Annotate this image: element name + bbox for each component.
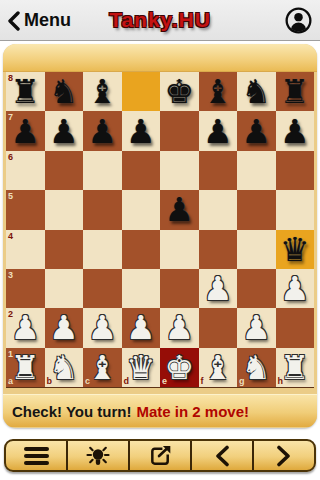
square-h7[interactable]: ♟ <box>276 111 315 150</box>
square-e6[interactable] <box>160 151 199 190</box>
square-c4[interactable] <box>83 230 122 269</box>
square-g3[interactable] <box>237 269 276 308</box>
rank-label-3: 3 <box>8 270 13 280</box>
board-frame: 8♜♞♝♚♝♞♜7♟♟♟♟♟♟♟65♟4♛3♟♟2♟♟♟♟♟♟1a♜b♞c♝d♛… <box>3 72 317 388</box>
prev-move-button[interactable] <box>192 441 254 470</box>
square-f3[interactable]: ♟ <box>199 269 238 308</box>
square-h8[interactable]: ♜ <box>276 72 315 111</box>
file-label-g: g <box>239 376 245 386</box>
black-R-piece-h8: ♜ <box>276 72 315 111</box>
black-B-piece-c8: ♝ <box>83 72 122 111</box>
square-e4[interactable] <box>160 230 199 269</box>
square-d3[interactable] <box>122 269 161 308</box>
rank-label-2: 2 <box>8 309 13 319</box>
square-d8[interactable] <box>122 72 161 111</box>
square-b6[interactable] <box>45 151 84 190</box>
black-P-piece-b7: ♟ <box>45 111 84 150</box>
chevron-right-icon <box>276 445 292 467</box>
file-label-b: b <box>47 376 53 386</box>
square-d2[interactable]: ♟ <box>122 308 161 347</box>
game-panel: 8♜♞♝♚♝♞♜7♟♟♟♟♟♟♟65♟4♛3♟♟2♟♟♟♟♟♟1a♜b♞c♝d♛… <box>3 44 317 428</box>
rank-label-4: 4 <box>8 231 13 241</box>
black-P-piece-d7: ♟ <box>122 111 161 150</box>
bottom-toolbar <box>4 439 316 472</box>
black-P-piece-g7: ♟ <box>237 111 276 150</box>
square-g4[interactable] <box>237 230 276 269</box>
white-R-piece-a1: ♜ <box>6 348 45 387</box>
white-P-piece-h3: ♟ <box>276 269 315 308</box>
black-K-piece-e8: ♚ <box>160 72 199 111</box>
square-d1[interactable]: d♛ <box>122 348 161 387</box>
square-d7[interactable]: ♟ <box>122 111 161 150</box>
square-g7[interactable]: ♟ <box>237 111 276 150</box>
square-e5[interactable]: ♟ <box>160 190 199 229</box>
black-P-piece-f7: ♟ <box>199 111 238 150</box>
white-P-piece-b2: ♟ <box>45 308 84 347</box>
black-N-piece-b8: ♞ <box>45 72 84 111</box>
square-e1[interactable]: e♚ <box>160 348 199 387</box>
file-label-e: e <box>162 376 167 386</box>
square-f6[interactable] <box>199 151 238 190</box>
square-b2[interactable]: ♟ <box>45 308 84 347</box>
square-f8[interactable]: ♝ <box>199 72 238 111</box>
white-B-piece-c1: ♝ <box>83 348 122 387</box>
share-icon <box>148 443 173 468</box>
white-P-piece-c2: ♟ <box>83 308 122 347</box>
square-f1[interactable]: f♝ <box>199 348 238 387</box>
rank-label-8: 8 <box>8 73 13 83</box>
moves-menu-button[interactable] <box>6 441 68 470</box>
back-chevron-icon <box>7 11 20 31</box>
file-label-h: h <box>278 376 284 386</box>
square-b4[interactable] <box>45 230 84 269</box>
hamburger-icon <box>24 447 49 465</box>
black-N-piece-g8: ♞ <box>237 72 276 111</box>
rank-label-5: 5 <box>8 191 13 201</box>
black-Q-piece-h4: ♛ <box>276 230 315 269</box>
square-h5[interactable] <box>276 190 315 229</box>
white-K-piece-e1: ♚ <box>160 348 199 387</box>
square-h6[interactable] <box>276 151 315 190</box>
next-move-button[interactable] <box>254 441 314 470</box>
white-P-piece-d2: ♟ <box>122 308 161 347</box>
profile-button[interactable] <box>285 7 312 34</box>
square-f5[interactable] <box>199 190 238 229</box>
white-P-piece-f3: ♟ <box>199 269 238 308</box>
square-b8[interactable]: ♞ <box>45 72 84 111</box>
square-g5[interactable] <box>237 190 276 229</box>
square-c8[interactable]: ♝ <box>83 72 122 111</box>
square-e3[interactable] <box>160 269 199 308</box>
panel-header <box>3 44 317 72</box>
file-label-a: a <box>8 376 13 386</box>
square-g6[interactable] <box>237 151 276 190</box>
square-a3[interactable]: 3 <box>6 269 45 308</box>
black-P-piece-e5: ♟ <box>160 190 199 229</box>
white-P-piece-a2: ♟ <box>6 308 45 347</box>
chess-board[interactable]: 8♜♞♝♚♝♞♜7♟♟♟♟♟♟♟65♟4♛3♟♟2♟♟♟♟♟♟1a♜b♞c♝d♛… <box>6 72 314 388</box>
square-g2[interactable]: ♟ <box>237 308 276 347</box>
square-d4[interactable] <box>122 230 161 269</box>
menu-button[interactable]: Menu <box>7 0 71 41</box>
square-h2[interactable] <box>276 308 315 347</box>
chevron-left-icon <box>214 445 230 467</box>
black-P-piece-h7: ♟ <box>276 111 315 150</box>
black-P-piece-a7: ♟ <box>6 111 45 150</box>
square-f7[interactable]: ♟ <box>199 111 238 150</box>
square-b5[interactable] <box>45 190 84 229</box>
white-P-piece-g2: ♟ <box>237 308 276 347</box>
black-P-piece-c7: ♟ <box>83 111 122 150</box>
square-c3[interactable] <box>83 269 122 308</box>
square-f4[interactable] <box>199 230 238 269</box>
square-a7[interactable]: 7♟ <box>6 111 45 150</box>
square-c1[interactable]: c♝ <box>83 348 122 387</box>
black-R-piece-a8: ♜ <box>6 72 45 111</box>
square-d6[interactable] <box>122 151 161 190</box>
file-label-f: f <box>201 376 204 386</box>
lightbulb-icon <box>85 443 111 469</box>
square-a6[interactable]: 6 <box>6 151 45 190</box>
square-g8[interactable]: ♞ <box>237 72 276 111</box>
status-alert: Mate in 2 move! <box>136 403 249 420</box>
square-b3[interactable] <box>45 269 84 308</box>
file-label-c: c <box>85 376 90 386</box>
white-N-piece-b1: ♞ <box>45 348 84 387</box>
square-c2[interactable]: ♟ <box>83 308 122 347</box>
rank-label-6: 6 <box>8 152 13 162</box>
status-message: Check! You turn! <box>12 403 131 420</box>
square-c5[interactable] <box>83 190 122 229</box>
white-N-piece-g1: ♞ <box>237 348 276 387</box>
rank-label-7: 7 <box>8 112 13 122</box>
square-a1[interactable]: 1a♜ <box>6 348 45 387</box>
square-h3[interactable]: ♟ <box>276 269 315 308</box>
square-d5[interactable] <box>122 190 161 229</box>
square-c6[interactable] <box>83 151 122 190</box>
black-B-piece-f8: ♝ <box>199 72 238 111</box>
rank-label-1: 1 <box>8 349 13 359</box>
file-label-d: d <box>124 376 130 386</box>
hint-button[interactable] <box>68 441 130 470</box>
square-e2[interactable]: ♟ <box>160 308 199 347</box>
square-a5[interactable]: 5 <box>6 190 45 229</box>
square-a2[interactable]: 2♟ <box>6 308 45 347</box>
square-a4[interactable]: 4 <box>6 230 45 269</box>
white-R-piece-h1: ♜ <box>276 348 315 387</box>
square-e7[interactable] <box>160 111 199 150</box>
white-B-piece-f1: ♝ <box>199 348 238 387</box>
square-c7[interactable]: ♟ <box>83 111 122 150</box>
square-b1[interactable]: b♞ <box>45 348 84 387</box>
app-title: Tanky.HU <box>109 8 211 32</box>
square-h1[interactable]: h♜ <box>276 348 315 387</box>
square-b7[interactable]: ♟ <box>45 111 84 150</box>
share-button[interactable] <box>130 441 192 470</box>
status-bar: Check! You turn! Mate in 2 move! <box>3 394 317 427</box>
square-a8[interactable]: 8♜ <box>6 72 45 111</box>
white-P-piece-e2: ♟ <box>160 308 199 347</box>
profile-icon <box>285 7 312 34</box>
square-g1[interactable]: g♞ <box>237 348 276 387</box>
top-bar: Menu Tanky.HU <box>0 0 320 41</box>
menu-label: Menu <box>24 10 71 31</box>
square-e8[interactable]: ♚ <box>160 72 199 111</box>
square-h4[interactable]: ♛ <box>276 230 315 269</box>
white-Q-piece-d1: ♛ <box>122 348 161 387</box>
square-f2[interactable] <box>199 308 238 347</box>
